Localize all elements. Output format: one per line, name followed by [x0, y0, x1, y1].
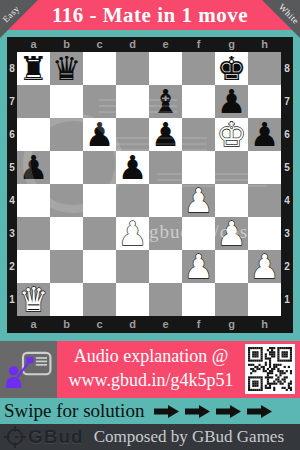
chess-puzzle-card: 116 - Mate in 1 move Easy White abcdefgh…: [0, 0, 300, 450]
square-e2[interactable]: [149, 250, 182, 283]
black-pawn: ♟: [118, 151, 148, 184]
square-a8[interactable]: ♜: [17, 52, 50, 85]
rank-label-2: 2: [7, 250, 17, 283]
qr-pattern: [248, 347, 292, 391]
square-f5[interactable]: [182, 151, 215, 184]
square-f2[interactable]: ♟: [182, 250, 215, 283]
square-d2[interactable]: [116, 250, 149, 283]
square-e1[interactable]: [149, 283, 182, 316]
square-g5[interactable]: [215, 151, 248, 184]
audio-text: Audio explanation @ www.gbud.in/g4k5p51: [57, 341, 245, 398]
rank-label-3: 3: [281, 217, 293, 250]
square-b1[interactable]: [50, 283, 83, 316]
square-d8[interactable]: [116, 52, 149, 85]
square-d4[interactable]: [116, 184, 149, 217]
square-b5[interactable]: [50, 151, 83, 184]
file-labels-bottom: abcdefgh: [17, 316, 281, 333]
black-pawn: ♟: [151, 118, 181, 151]
rank-label-4: 4: [281, 184, 293, 217]
square-e3[interactable]: [149, 217, 182, 250]
square-f3[interactable]: [182, 217, 215, 250]
right-arrow-icon: [154, 405, 179, 418]
rank-label-5: 5: [281, 151, 293, 184]
title-banner: 116 - Mate in 1 move: [0, 0, 300, 30]
square-g8[interactable]: ♚: [215, 52, 248, 85]
square-h8[interactable]: [248, 52, 281, 85]
square-a4[interactable]: [17, 184, 50, 217]
square-e5[interactable]: [149, 151, 182, 184]
square-b2[interactable]: [50, 250, 83, 283]
audio-row: Audio explanation @ www.gbud.in/g4k5p51: [0, 341, 300, 398]
square-a6[interactable]: [17, 118, 50, 151]
square-f1[interactable]: [182, 283, 215, 316]
rank-label-1: 1: [7, 283, 17, 316]
board-grid: ♜♛♚♝♟♟♟♚♟♟♟♟♟♟♟♟♛: [17, 52, 281, 316]
rank-label-1: 1: [281, 283, 293, 316]
black-pawn: ♟: [250, 118, 280, 151]
square-d3[interactable]: ♟: [116, 217, 149, 250]
audio-url: www.gbud.in/g4k5p51: [57, 370, 245, 391]
rank-labels-left: 87654321: [7, 52, 17, 316]
square-g2[interactable]: [215, 250, 248, 283]
black-pawn: ♟: [217, 85, 247, 118]
square-b4[interactable]: [50, 184, 83, 217]
square-f7[interactable]: [182, 85, 215, 118]
square-g1[interactable]: [215, 283, 248, 316]
square-h7[interactable]: [248, 85, 281, 118]
square-h6[interactable]: ♟: [248, 118, 281, 151]
rank-label-7: 7: [281, 85, 293, 118]
square-a5[interactable]: ♟: [17, 151, 50, 184]
square-b6[interactable]: [50, 118, 83, 151]
square-d7[interactable]: [116, 85, 149, 118]
rank-label-8: 8: [281, 52, 293, 85]
rank-labels-right: 87654321: [281, 52, 293, 316]
file-label-c: c: [83, 316, 116, 333]
black-pawn: ♟: [19, 151, 49, 184]
square-a2[interactable]: [17, 250, 50, 283]
right-arrow-icon: [247, 405, 272, 418]
audio-line1: Audio explanation @: [57, 346, 245, 367]
swipe-arrows: [154, 405, 272, 418]
swipe-for-solution-bar[interactable]: Swipe for solution: [0, 398, 300, 424]
square-c3[interactable]: [83, 217, 116, 250]
square-d6[interactable]: [116, 118, 149, 151]
chess-board: abcdefgh abcdefgh 87654321 87654321 ♜♛♚♝…: [7, 37, 293, 333]
presenter-icon: [5, 350, 53, 390]
file-label-b: b: [50, 316, 83, 333]
file-label-d: d: [116, 37, 149, 52]
composed-by-credit: Composed by GBud Games: [94, 427, 284, 447]
file-label-g: g: [215, 316, 248, 333]
board-frame: abcdefgh abcdefgh 87654321 87654321 ♜♛♚♝…: [0, 30, 300, 341]
black-king: ♚: [217, 52, 247, 85]
square-e6[interactable]: ♟: [149, 118, 182, 151]
gbud-crosshair-icon: [4, 426, 26, 448]
black-rook: ♜: [19, 52, 49, 85]
square-b7[interactable]: [50, 85, 83, 118]
rank-label-2: 2: [281, 250, 293, 283]
square-e8[interactable]: [149, 52, 182, 85]
rank-label-6: 6: [7, 118, 17, 151]
qr-code: [245, 344, 295, 394]
square-c7[interactable]: [83, 85, 116, 118]
square-g7[interactable]: ♟: [215, 85, 248, 118]
rank-label-4: 4: [7, 184, 17, 217]
black-queen: ♛: [52, 52, 82, 85]
rank-label-8: 8: [7, 52, 17, 85]
square-b3[interactable]: [50, 217, 83, 250]
square-g4[interactable]: [215, 184, 248, 217]
square-c8[interactable]: [83, 52, 116, 85]
white-pawn: ♟: [118, 217, 148, 250]
square-e4[interactable]: [149, 184, 182, 217]
square-c1[interactable]: [83, 283, 116, 316]
file-label-c: c: [83, 37, 116, 52]
square-h2[interactable]: ♟: [248, 250, 281, 283]
square-c5[interactable]: [83, 151, 116, 184]
white-pawn: ♟: [184, 250, 214, 283]
file-label-f: f: [182, 37, 215, 52]
rank-label-6: 6: [281, 118, 293, 151]
swipe-label: Swipe for solution: [4, 400, 144, 422]
footer: GBud Composed by GBud Games: [0, 424, 300, 450]
right-arrow-icon: [216, 405, 241, 418]
rank-label-3: 3: [7, 217, 17, 250]
square-e7[interactable]: ♝: [149, 85, 182, 118]
square-h5[interactable]: [248, 151, 281, 184]
file-label-d: d: [116, 316, 149, 333]
white-pawn: ♟: [250, 250, 280, 283]
white-queen: ♛: [19, 283, 49, 316]
square-d5[interactable]: ♟: [116, 151, 149, 184]
square-f4[interactable]: ♟: [182, 184, 215, 217]
puzzle-title: 116 - Mate in 1 move: [0, 0, 300, 30]
square-g6[interactable]: ♚: [215, 118, 248, 151]
gbud-logo-text: GBud: [28, 426, 84, 448]
black-bishop: ♝: [151, 85, 181, 118]
rank-label-5: 5: [7, 151, 17, 184]
square-h4[interactable]: [248, 184, 281, 217]
right-arrow-icon: [185, 405, 210, 418]
square-c2[interactable]: [83, 250, 116, 283]
square-d1[interactable]: [116, 283, 149, 316]
square-h1[interactable]: [248, 283, 281, 316]
white-pawn: ♟: [217, 217, 247, 250]
black-pawn: ♟: [85, 118, 115, 151]
square-a1[interactable]: ♛: [17, 283, 50, 316]
file-label-f: f: [182, 316, 215, 333]
audio-icon-box: [0, 341, 57, 398]
square-h3[interactable]: [248, 217, 281, 250]
file-label-h: h: [248, 316, 281, 333]
file-label-e: e: [149, 316, 182, 333]
white-king: ♚: [217, 118, 247, 151]
white-pawn: ♟: [184, 184, 214, 217]
rank-label-7: 7: [7, 85, 17, 118]
file-label-h: h: [248, 37, 281, 52]
square-b8[interactable]: ♛: [50, 52, 83, 85]
square-f6[interactable]: [182, 118, 215, 151]
square-c6[interactable]: ♟: [83, 118, 116, 151]
square-f8[interactable]: [182, 52, 215, 85]
square-g3[interactable]: ♟: [215, 217, 248, 250]
file-label-e: e: [149, 37, 182, 52]
square-a3[interactable]: [17, 217, 50, 250]
square-a7[interactable]: [17, 85, 50, 118]
square-c4[interactable]: [83, 184, 116, 217]
